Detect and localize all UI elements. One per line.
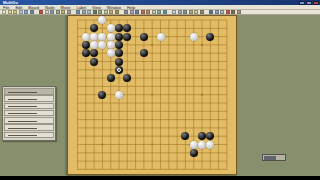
side-panel-row-4[interactable] (4, 110, 54, 117)
white-stone (107, 41, 115, 49)
toolbar-group (172, 10, 205, 14)
toolbar-icon-32[interactable] (189, 10, 193, 14)
black-stone (115, 33, 123, 41)
white-stone (198, 141, 206, 149)
app-window: MultiGo FileEditBoardNodeMoveLabelViewWi… (0, 0, 320, 180)
toolbar-icon-6[interactable] (30, 10, 34, 14)
toolbar-icon-27[interactable] (157, 10, 161, 14)
client-area (0, 15, 320, 176)
white-stone (90, 33, 98, 41)
toolbar-icon-40[interactable] (237, 10, 241, 14)
toolbar-group (2, 10, 35, 14)
black-stone (190, 149, 198, 157)
toolbar-icon-33[interactable] (194, 10, 198, 14)
toolbar-icon-4[interactable] (19, 10, 23, 14)
toolbar-icon-29[interactable] (172, 10, 176, 14)
minimize-button[interactable] (299, 1, 305, 5)
nav-slider[interactable] (262, 154, 286, 161)
toolbar-icon-17[interactable] (98, 10, 102, 14)
white-stone (206, 141, 214, 149)
toolbar-icon-18[interactable] (104, 10, 108, 14)
white-stone (190, 141, 198, 149)
white-stone (115, 91, 123, 99)
toolbar-group (39, 10, 72, 14)
menu-window[interactable]: Window (104, 5, 124, 10)
black-stone (107, 74, 115, 82)
toolbar-icon-31[interactable] (183, 10, 187, 14)
toolbar-icon-34[interactable] (200, 10, 204, 14)
black-stone (82, 41, 90, 49)
menu-board[interactable]: Board (25, 5, 42, 10)
toolbar-group (209, 10, 242, 14)
black-stone (123, 33, 131, 41)
toolbar-icon-1[interactable] (2, 10, 6, 14)
white-stone (82, 33, 90, 41)
toolbar-group (124, 10, 168, 14)
white-stone (90, 41, 98, 49)
toolbar-icon-39[interactable] (231, 10, 235, 14)
black-stone (82, 49, 90, 57)
nav-slider-thumb[interactable] (264, 156, 276, 160)
window-controls (299, 1, 319, 5)
toolbar-icon-30[interactable] (178, 10, 182, 14)
toolbar-group (76, 10, 120, 14)
close-button[interactable] (313, 1, 319, 5)
toolbar-icon-16[interactable] (93, 10, 97, 14)
black-stone (206, 33, 214, 41)
last-move-marker (117, 68, 121, 72)
toolbar-icon-21[interactable] (124, 10, 128, 14)
side-panel-row-6[interactable] (4, 124, 54, 131)
maximize-button[interactable] (306, 1, 312, 5)
toolbar-icon-9[interactable] (50, 10, 54, 14)
side-panel-row-5[interactable] (4, 117, 54, 124)
side-panel-row-2[interactable] (4, 95, 54, 102)
toolbar-icon-14[interactable] (82, 10, 86, 14)
toolbar-icon-10[interactable] (56, 10, 60, 14)
black-stone (90, 58, 98, 66)
menu-label[interactable]: Label (73, 5, 89, 10)
toolbar-icon-24[interactable] (141, 10, 145, 14)
black-stone (115, 66, 123, 74)
side-panel-row-3[interactable] (4, 103, 54, 110)
black-stone (140, 33, 148, 41)
toolbar-icon-2[interactable] (8, 10, 12, 14)
toolbar-icon-7[interactable] (39, 10, 43, 14)
go-board[interactable] (67, 15, 237, 175)
menu-node[interactable]: Node (42, 5, 58, 10)
toolbar-icon-22[interactable] (130, 10, 134, 14)
white-stone (107, 24, 115, 32)
white-stone (157, 33, 165, 41)
menu-edit[interactable]: Edit (12, 5, 25, 10)
menu-move[interactable]: Move (58, 5, 74, 10)
toolbar-icon-12[interactable] (67, 10, 71, 14)
toolbar-icon-38[interactable] (226, 10, 230, 14)
toolbar-icon-13[interactable] (76, 10, 80, 14)
toolbar-icon-19[interactable] (109, 10, 113, 14)
toolbar-icon-8[interactable] (45, 10, 49, 14)
toolbar-icon-28[interactable] (163, 10, 167, 14)
toolbar-icon-36[interactable] (215, 10, 219, 14)
black-stone (115, 41, 123, 49)
white-stone (107, 33, 115, 41)
toolbar-icon-37[interactable] (220, 10, 224, 14)
toolbar-icon-25[interactable] (146, 10, 150, 14)
white-stone (98, 33, 106, 41)
toolbar-icon-20[interactable] (115, 10, 119, 14)
menu-view[interactable]: View (89, 5, 104, 10)
menu-file[interactable]: File (0, 5, 12, 10)
toolbar-icon-15[interactable] (87, 10, 91, 14)
bottom-black-bar (0, 176, 320, 180)
toolbar-icon-23[interactable] (135, 10, 139, 14)
toolbar-icon-35[interactable] (209, 10, 213, 14)
toolbar-icon-3[interactable] (13, 10, 17, 14)
black-stone (115, 58, 123, 66)
side-panel[interactable] (2, 86, 56, 141)
toolbar-icon-11[interactable] (61, 10, 65, 14)
white-stone (107, 49, 115, 57)
side-panel-row-7[interactable] (4, 132, 54, 139)
menu-help[interactable]: Help (124, 5, 138, 10)
toolbar-icon-26[interactable] (152, 10, 156, 14)
toolbar-icon-5[interactable] (24, 10, 28, 14)
side-panel-row-1[interactable] (4, 88, 54, 95)
white-stone (190, 33, 198, 41)
